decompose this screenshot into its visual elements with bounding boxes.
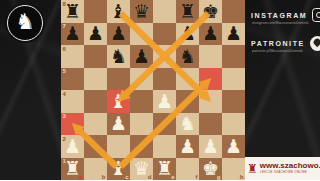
rank-label-4: 4 (63, 91, 66, 97)
square-h2[interactable]: ♟ (222, 135, 245, 158)
rank-label-7: 7 (63, 23, 66, 29)
square-b8[interactable] (84, 0, 107, 23)
piece-bn-c6[interactable]: ♞ (107, 45, 130, 68)
piece-bb-c8[interactable]: ♝ (107, 0, 130, 23)
square-d2[interactable] (130, 135, 153, 158)
square-g5[interactable] (199, 68, 222, 91)
square-d1[interactable]: d♛ (130, 158, 153, 181)
square-d7[interactable] (130, 23, 153, 46)
square-f7[interactable]: ♟ (176, 23, 199, 46)
piece-bp-c7[interactable]: ♟ (107, 23, 130, 46)
piece-bp-g7[interactable]: ♟ (199, 23, 222, 46)
square-a6[interactable]: 6 (61, 45, 84, 68)
square-e8[interactable] (153, 0, 176, 23)
rank-label-5: 5 (63, 68, 66, 74)
square-e6[interactable] (153, 45, 176, 68)
square-f5[interactable] (176, 68, 199, 91)
patronite-handle[interactable]: patronite.pl/MaruszewskiDominik (252, 49, 303, 52)
square-c7[interactable]: ♟ (107, 23, 130, 46)
square-a4[interactable]: 4 (61, 90, 84, 113)
piece-bk-g8[interactable]: ♚ (199, 0, 222, 23)
square-g4[interactable] (199, 90, 222, 113)
square-h8[interactable] (222, 0, 245, 23)
square-b3[interactable] (84, 113, 107, 136)
square-f6[interactable]: ♞ (176, 45, 199, 68)
file-label-c: c (125, 174, 128, 180)
square-e4[interactable]: ♟ (153, 90, 176, 113)
piece-bp-h7[interactable]: ♟ (222, 23, 245, 46)
square-a8[interactable]: 8♜ (61, 0, 84, 23)
instagram-label: INSTAGRAM (251, 12, 307, 19)
instagram-handle[interactable]: instagram.com/MaruszewskiDominik (252, 21, 308, 24)
square-c3[interactable]: ♟ (107, 113, 130, 136)
piece-wp-f2[interactable]: ♟ (176, 135, 199, 158)
square-a3[interactable]: 3 (61, 113, 84, 136)
patronite-label: PATRONITE (251, 40, 305, 47)
file-label-d: d (148, 174, 152, 180)
piece-bq-d8[interactable]: ♛ (130, 0, 153, 23)
rank-label-6: 6 (63, 46, 66, 52)
piece-bp-d6[interactable]: ♟ (130, 45, 153, 68)
piece-wp-g2[interactable]: ♟ (199, 135, 222, 158)
rank-label-2: 2 (63, 136, 66, 142)
square-g3[interactable] (199, 113, 222, 136)
square-h1[interactable]: h (222, 158, 245, 181)
square-f2[interactable]: ♟ (176, 135, 199, 158)
square-d5[interactable] (130, 68, 153, 91)
square-f4[interactable] (176, 90, 199, 113)
square-h5[interactable] (222, 68, 245, 91)
instagram-block[interactable]: INSTAGRAM (251, 8, 320, 22)
square-h6[interactable] (222, 45, 245, 68)
square-a2[interactable]: 2♟ (61, 135, 84, 158)
piece-bp-f7[interactable]: ♟ (176, 23, 199, 46)
square-g2[interactable]: ♟ (199, 135, 222, 158)
square-h3[interactable] (222, 113, 245, 136)
patronite-drop-icon (310, 36, 320, 51)
piece-wp-h2[interactable]: ♟ (222, 135, 245, 158)
square-c4[interactable]: ♝ (107, 90, 130, 113)
square-e7[interactable] (153, 23, 176, 46)
banner-url[interactable]: www.szachowo.pl (260, 161, 320, 170)
square-h7[interactable]: ♟ (222, 23, 245, 46)
square-g8[interactable]: ♚ (199, 0, 222, 23)
file-label-a: a (79, 174, 82, 180)
square-e5[interactable] (153, 68, 176, 91)
piece-br-f8[interactable]: ♜ (176, 0, 199, 23)
square-d4[interactable] (130, 90, 153, 113)
square-e2[interactable] (153, 135, 176, 158)
square-c8[interactable]: ♝ (107, 0, 130, 23)
square-e3[interactable] (153, 113, 176, 136)
knight-icon: ♞ (15, 11, 35, 33)
piece-bn-f6[interactable]: ♞ (176, 45, 199, 68)
square-f3[interactable]: ♞ (176, 113, 199, 136)
square-a1[interactable]: 1a♜ (61, 158, 84, 181)
square-c5[interactable] (107, 68, 130, 91)
square-a5[interactable]: 5 (61, 68, 84, 91)
square-f1[interactable]: f (176, 158, 199, 181)
square-b1[interactable]: b (84, 158, 107, 181)
square-c1[interactable]: c♝ (107, 158, 130, 181)
rank-label-8: 8 (63, 1, 66, 7)
square-b2[interactable] (84, 135, 107, 158)
file-label-b: b (102, 174, 106, 180)
square-g6[interactable] (199, 45, 222, 68)
piece-wn-f3[interactable]: ♞ (176, 113, 199, 136)
square-d3[interactable] (130, 113, 153, 136)
chess-board[interactable]: 8♜♝♛♜♚7♟♟♟♟♟♟6♞♟♞54♝♟3♟♞2♟♟♟♟1a♜bc♝d♛e♜f… (61, 0, 245, 180)
rook-crest-icon: ♜ (247, 163, 258, 175)
square-f8[interactable]: ♜ (176, 0, 199, 23)
left-stone-panel: ♞ (0, 0, 61, 180)
piece-wb-c4[interactable]: ♝ (107, 90, 130, 113)
square-c2[interactable] (107, 135, 130, 158)
szachowo-banner[interactable]: ♜ www.szachowo.pl LEKCJE SZACHOWE ONLINE (245, 157, 320, 180)
square-b6[interactable] (84, 45, 107, 68)
square-a7[interactable]: 7♟ (61, 23, 84, 46)
square-b4[interactable] (84, 90, 107, 113)
file-label-e: e (171, 174, 174, 180)
piece-bp-b7[interactable]: ♟ (84, 23, 107, 46)
instagram-icon (312, 8, 320, 22)
square-g7[interactable]: ♟ (199, 23, 222, 46)
square-d8[interactable]: ♛ (130, 0, 153, 23)
square-d6[interactable]: ♟ (130, 45, 153, 68)
rank-label-3: 3 (63, 113, 66, 119)
square-c6[interactable]: ♞ (107, 45, 130, 68)
square-e1[interactable]: e♜ (153, 158, 176, 181)
thumbnail: ♞ 8♜♝♛♜♚7♟♟♟♟♟♟6♞♟♞54♝♟3♟♞2♟♟♟♟1a♜bc♝d♛e… (0, 0, 320, 180)
piece-wp-e4[interactable]: ♟ (153, 90, 176, 113)
rank-label-1: 1 (63, 158, 66, 164)
square-g1[interactable]: g♚ (199, 158, 222, 181)
file-label-h: h (240, 174, 244, 180)
file-label-g: g (217, 174, 221, 180)
piece-wp-c3[interactable]: ♟ (107, 113, 130, 136)
square-b7[interactable]: ♟ (84, 23, 107, 46)
banner-slogan: LEKCJE SZACHOWE ONLINE (260, 170, 307, 173)
file-label-f: f (196, 174, 198, 180)
channel-logo[interactable]: ♞ (7, 5, 43, 41)
square-b5[interactable] (84, 68, 107, 91)
right-stone-panel (245, 0, 320, 180)
square-h4[interactable] (222, 90, 245, 113)
